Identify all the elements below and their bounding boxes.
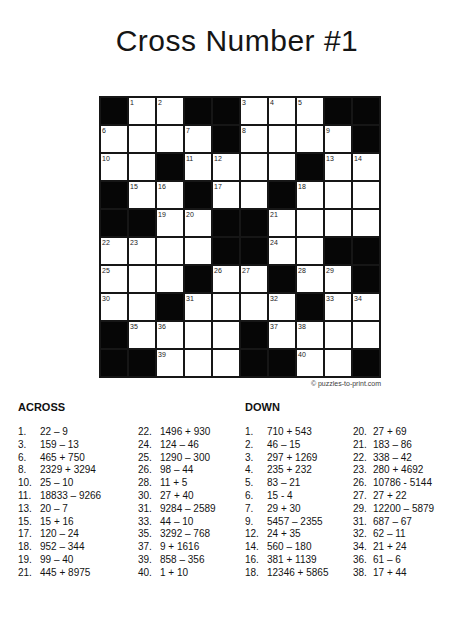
clue-expression: 25 – 10 [40, 477, 73, 490]
clue-number: 40. [138, 567, 160, 580]
entry-cell[interactable]: 33 [325, 294, 351, 320]
clue-expression: 98 – 44 [160, 464, 193, 477]
clue-item: 21.445 + 8975 [18, 567, 138, 580]
clue-number: 9. [245, 516, 267, 529]
clue-item: 23.280 + 4692 [353, 464, 434, 477]
entry-cell[interactable] [241, 294, 267, 320]
clue-expression: 17 + 44 [373, 567, 407, 580]
clue-number: 31. [353, 516, 373, 529]
cell-clue-number: 7 [186, 126, 190, 135]
clue-expression: 445 + 8975 [40, 567, 90, 580]
clue-number: 36. [353, 554, 373, 567]
entry-cell[interactable]: 9 [325, 126, 351, 152]
cell-clue-number: 4 [270, 98, 274, 107]
entry-cell[interactable]: 5 [297, 98, 323, 124]
clue-item: 26.98 – 44 [138, 464, 216, 477]
clue-expression: 27 + 69 [373, 426, 407, 439]
clue-expression: 183 – 86 [373, 439, 412, 452]
down-clue-column-1: 1.710 + 5432.46 – 153.297 + 12694.235 + … [245, 426, 353, 580]
clue-item: 19.99 – 40 [18, 554, 138, 567]
entry-cell[interactable] [185, 350, 211, 376]
clue-item: 20.27 + 69 [353, 426, 434, 439]
clue-number: 4. [245, 464, 267, 477]
clue-number: 11. [18, 490, 40, 503]
worksheet-page: Cross Number #1 123456789101112131415161… [0, 0, 474, 632]
clue-expression: 5457 – 2355 [267, 516, 323, 529]
clue-item: 25.1290 – 300 [138, 452, 216, 465]
clue-item: 18.952 – 344 [18, 541, 138, 554]
block-cell [297, 154, 323, 180]
cell-clue-number: 30 [102, 294, 110, 303]
clue-number: 17. [18, 528, 40, 541]
block-cell [185, 98, 211, 124]
clue-item: 33.44 – 10 [138, 516, 216, 529]
entry-cell[interactable] [185, 238, 211, 264]
block-cell [129, 350, 155, 376]
clue-number: 16. [245, 554, 267, 567]
clue-number: 34. [353, 541, 373, 554]
entry-cell[interactable]: 14 [353, 154, 379, 180]
cell-clue-number: 19 [158, 210, 166, 219]
entry-cell[interactable]: 35 [129, 322, 155, 348]
clue-number: 28. [138, 477, 160, 490]
clue-number: 26. [353, 477, 373, 490]
entry-cell[interactable] [129, 126, 155, 152]
clue-item: 7.29 + 30 [245, 503, 353, 516]
clue-expression: 1 + 10 [160, 567, 188, 580]
clue-item: 1.22 – 9 [18, 426, 138, 439]
page-title: Cross Number #1 [0, 24, 474, 58]
clue-number: 24. [138, 439, 160, 452]
clue-item: 21.183 – 86 [353, 439, 434, 452]
clue-number: 2. [245, 439, 267, 452]
clue-number: 38. [353, 567, 373, 580]
entry-cell[interactable] [325, 350, 351, 376]
clue-number: 15. [18, 516, 40, 529]
entry-cell[interactable]: 25 [101, 266, 127, 292]
entry-cell[interactable]: 10 [101, 154, 127, 180]
clue-item: 9.5457 – 2355 [245, 516, 353, 529]
clue-expression: 858 – 356 [160, 554, 205, 567]
cell-clue-number: 21 [270, 210, 278, 219]
block-cell [241, 210, 267, 236]
entry-cell[interactable] [353, 322, 379, 348]
clue-item: 6.465 + 750 [18, 452, 138, 465]
cell-clue-number: 3 [242, 98, 246, 107]
entry-cell[interactable] [269, 154, 295, 180]
block-cell [101, 210, 127, 236]
entry-cell[interactable]: 39 [157, 350, 183, 376]
block-cell [129, 210, 155, 236]
clue-expression: 12346 + 5865 [267, 567, 328, 580]
clue-item: 38.17 + 44 [353, 567, 434, 580]
cell-clue-number: 27 [242, 266, 250, 275]
entry-cell[interactable]: 4 [269, 98, 295, 124]
clue-item: 36.61 – 6 [353, 554, 434, 567]
clue-number: 29. [353, 503, 373, 516]
cell-clue-number: 32 [270, 294, 278, 303]
clue-expression: 27 + 40 [160, 490, 194, 503]
clue-number: 3. [18, 439, 40, 452]
clue-expression: 99 – 40 [40, 554, 73, 567]
entry-cell[interactable]: 29 [325, 266, 351, 292]
block-cell [213, 98, 239, 124]
entry-cell[interactable] [213, 322, 239, 348]
clue-item: 37.9 + 1616 [138, 541, 216, 554]
clue-number: 14. [245, 541, 267, 554]
cell-clue-number: 1 [130, 98, 134, 107]
clue-expression: 61 – 6 [373, 554, 401, 567]
clue-item: 40.1 + 10 [138, 567, 216, 580]
clue-expression: 2329 + 3294 [40, 464, 96, 477]
cell-clue-number: 26 [214, 266, 222, 275]
block-cell [157, 294, 183, 320]
clue-expression: 280 + 4692 [373, 464, 423, 477]
block-cell [241, 350, 267, 376]
clue-item: 39.858 – 356 [138, 554, 216, 567]
clue-item: 15.15 + 16 [18, 516, 138, 529]
entry-cell[interactable]: 32 [269, 294, 295, 320]
clue-number: 1. [18, 426, 40, 439]
down-clue-column-2: 20.27 + 6921.183 – 8622.338 – 4223.280 +… [353, 426, 434, 580]
cell-clue-number: 35 [130, 322, 138, 331]
block-cell [353, 98, 379, 124]
cell-clue-number: 5 [298, 98, 302, 107]
block-cell [101, 350, 127, 376]
clue-number: 20. [353, 426, 373, 439]
block-cell [269, 350, 295, 376]
block-cell [325, 238, 351, 264]
entry-cell[interactable]: 15 [129, 182, 155, 208]
entry-cell[interactable]: 13 [325, 154, 351, 180]
clue-number: 22. [353, 452, 373, 465]
block-cell [269, 266, 295, 292]
clue-item: 8.2329 + 3294 [18, 464, 138, 477]
entry-cell[interactable]: 6 [101, 126, 127, 152]
entry-cell[interactable]: 16 [157, 182, 183, 208]
clue-number: 19. [18, 554, 40, 567]
cell-clue-number: 25 [102, 266, 110, 275]
cell-clue-number: 16 [158, 182, 166, 191]
across-heading: ACROSS [18, 401, 232, 413]
clue-item: 6.15 - 4 [245, 490, 353, 503]
clue-number: 21. [18, 567, 40, 580]
cell-clue-number: 34 [354, 294, 362, 303]
block-cell [185, 266, 211, 292]
clue-number: 18. [245, 567, 267, 580]
clue-expression: 235 + 232 [267, 464, 312, 477]
clue-number: 30. [138, 490, 160, 503]
copyright-credit: © puzzles-to-print.com [99, 380, 381, 387]
across-clue-columns: 1.22 – 93.159 – 136.465 + 7508.2329 + 32… [18, 426, 232, 580]
down-clue-columns: 1.710 + 5432.46 – 153.297 + 12694.235 + … [245, 426, 469, 580]
clue-expression: 381 + 1139 [267, 554, 317, 567]
clue-expression: 952 – 344 [40, 541, 85, 554]
block-cell [353, 350, 379, 376]
cell-clue-number: 29 [326, 266, 334, 275]
clue-item: 14.560 – 180 [245, 541, 353, 554]
clue-item: 22.338 – 42 [353, 452, 434, 465]
cell-clue-number: 37 [270, 322, 278, 331]
cell-clue-number: 36 [158, 322, 166, 331]
cell-clue-number: 8 [242, 126, 246, 135]
clue-expression: 15 - 4 [267, 490, 293, 503]
block-cell [325, 98, 351, 124]
clue-item: 3.297 + 1269 [245, 452, 353, 465]
cell-clue-number: 10 [102, 154, 110, 163]
clue-item: 13.20 – 7 [18, 503, 138, 516]
clue-item: 12.24 + 35 [245, 528, 353, 541]
clue-item: 31.687 – 67 [353, 516, 434, 529]
clue-number: 10. [18, 477, 40, 490]
entry-cell[interactable]: 24 [269, 238, 295, 264]
clue-expression: 46 – 15 [267, 439, 300, 452]
entry-cell[interactable] [269, 126, 295, 152]
clue-item: 11.18833 – 9266 [18, 490, 138, 503]
entry-cell[interactable]: 12 [213, 154, 239, 180]
entry-cell[interactable] [129, 154, 155, 180]
clue-item: 31.9284 – 2589 [138, 503, 216, 516]
entry-cell[interactable]: 22 [101, 238, 127, 264]
entry-cell[interactable]: 28 [297, 266, 323, 292]
entry-cell[interactable] [185, 322, 211, 348]
entry-cell[interactable]: 2 [157, 98, 183, 124]
clue-number: 23. [353, 464, 373, 477]
clue-number: 39. [138, 554, 160, 567]
clue-expression: 159 – 13 [40, 439, 79, 452]
clue-number: 3. [245, 452, 267, 465]
clue-item: 30.27 + 40 [138, 490, 216, 503]
cell-clue-number: 20 [186, 210, 194, 219]
entry-cell[interactable]: 40 [297, 350, 323, 376]
clue-number: 6. [18, 452, 40, 465]
clue-expression: 9284 – 2589 [160, 503, 216, 516]
entry-cell[interactable]: 23 [129, 238, 155, 264]
block-cell [241, 322, 267, 348]
clue-number: 25. [138, 452, 160, 465]
cell-clue-number: 9 [326, 126, 330, 135]
clue-number: 6. [245, 490, 267, 503]
cell-clue-number: 22 [102, 238, 110, 247]
cell-clue-number: 18 [298, 182, 306, 191]
clue-expression: 710 + 543 [267, 426, 312, 439]
block-cell [269, 182, 295, 208]
clue-expression: 687 – 67 [373, 516, 412, 529]
clue-number: 1. [245, 426, 267, 439]
entry-cell[interactable]: 7 [185, 126, 211, 152]
clue-expression: 62 – 11 [373, 528, 406, 541]
clue-item: 2.46 – 15 [245, 439, 353, 452]
entry-cell[interactable]: 37 [269, 322, 295, 348]
entry-cell[interactable]: 31 [185, 294, 211, 320]
entry-cell[interactable] [325, 322, 351, 348]
clue-expression: 9 + 1616 [160, 541, 199, 554]
cell-clue-number: 40 [298, 350, 306, 359]
clue-item: 27.27 + 22 [353, 490, 434, 503]
entry-cell[interactable] [325, 182, 351, 208]
block-cell [101, 182, 127, 208]
clue-expression: 15 + 16 [40, 516, 74, 529]
cell-clue-number: 33 [326, 294, 334, 303]
entry-cell[interactable]: 34 [353, 294, 379, 320]
entry-cell[interactable]: 30 [101, 294, 127, 320]
clue-expression: 24 + 35 [267, 528, 301, 541]
block-cell [101, 322, 127, 348]
cell-clue-number: 6 [102, 126, 106, 135]
cell-clue-number: 39 [158, 350, 166, 359]
cell-clue-number: 24 [270, 238, 278, 247]
clue-expression: 27 + 22 [373, 490, 407, 503]
entry-cell[interactable]: 36 [157, 322, 183, 348]
clue-expression: 120 – 24 [40, 528, 79, 541]
clue-number: 13. [18, 503, 40, 516]
entry-cell[interactable] [213, 294, 239, 320]
entry-cell[interactable] [157, 238, 183, 264]
clue-number: 7. [245, 503, 267, 516]
cell-clue-number: 2 [158, 98, 162, 107]
clue-expression: 560 – 180 [267, 541, 312, 554]
block-cell [353, 266, 379, 292]
clue-item: 17.120 – 24 [18, 528, 138, 541]
clue-item: 35.3292 – 768 [138, 528, 216, 541]
across-clue-column-2: 22.1496 + 93024.124 – 4625.1290 – 30026.… [138, 426, 216, 580]
cell-clue-number: 31 [186, 294, 194, 303]
across-clues-section: ACROSS 1.22 – 93.159 – 136.465 + 7508.23… [18, 401, 232, 580]
cell-clue-number: 12 [214, 154, 222, 163]
clue-item: 28.11 + 5 [138, 477, 216, 490]
entry-cell[interactable]: 26 [213, 266, 239, 292]
clue-number: 5. [245, 477, 267, 490]
clue-number: 32. [353, 528, 373, 541]
clue-expression: 11 + 5 [160, 477, 187, 490]
entry-cell[interactable] [297, 210, 323, 236]
entry-cell[interactable] [353, 182, 379, 208]
entry-cell[interactable] [129, 294, 155, 320]
clue-number: 26. [138, 464, 160, 477]
clue-expression: 124 – 46 [160, 439, 199, 452]
clue-number: 22. [138, 426, 160, 439]
clue-number: 37. [138, 541, 160, 554]
clue-expression: 338 – 42 [373, 452, 412, 465]
entry-cell[interactable]: 8 [241, 126, 267, 152]
clue-number: 35. [138, 528, 160, 541]
clue-number: 33. [138, 516, 160, 529]
cell-clue-number: 23 [130, 238, 138, 247]
clue-item: 32.62 – 11 [353, 528, 434, 541]
cell-clue-number: 13 [326, 154, 334, 163]
entry-cell[interactable] [325, 210, 351, 236]
cell-clue-number: 28 [298, 266, 306, 275]
block-cell [353, 238, 379, 264]
clue-item: 29.12200 – 5879 [353, 503, 434, 516]
entry-cell[interactable]: 1 [129, 98, 155, 124]
clue-item: 3.159 – 13 [18, 439, 138, 452]
block-cell [241, 238, 267, 264]
entry-cell[interactable]: 17 [213, 182, 239, 208]
block-cell [213, 238, 239, 264]
entry-cell[interactable] [241, 182, 267, 208]
clue-item: 22.1496 + 930 [138, 426, 216, 439]
entry-cell[interactable] [353, 210, 379, 236]
clue-number: 12. [245, 528, 267, 541]
clue-item: 16.381 + 1139 [245, 554, 353, 567]
block-cell [353, 126, 379, 152]
cell-clue-number: 14 [354, 154, 362, 163]
down-clues-section: DOWN 1.710 + 5432.46 – 153.297 + 12694.2… [245, 401, 469, 580]
entry-cell[interactable]: 18 [297, 182, 323, 208]
clue-item: 5.83 – 21 [245, 477, 353, 490]
clue-number: 27. [353, 490, 373, 503]
entry-cell[interactable] [157, 126, 183, 152]
block-cell [213, 126, 239, 152]
crossnumber-grid: 1234567891011121314151617181920212223242… [99, 96, 381, 378]
block-cell [213, 210, 239, 236]
clue-item: 34.21 + 24 [353, 541, 434, 554]
block-cell [101, 98, 127, 124]
entry-cell[interactable] [213, 350, 239, 376]
cell-clue-number: 15 [130, 182, 138, 191]
cell-clue-number: 17 [214, 182, 222, 191]
entry-cell[interactable] [297, 126, 323, 152]
entry-cell[interactable]: 11 [185, 154, 211, 180]
down-heading: DOWN [245, 401, 469, 413]
clue-expression: 29 + 30 [267, 503, 301, 516]
clue-item: 4.235 + 232 [245, 464, 353, 477]
clue-expression: 18833 – 9266 [40, 490, 101, 503]
clue-expression: 297 + 1269 [267, 452, 317, 465]
clue-item: 1.710 + 543 [245, 426, 353, 439]
clue-expression: 10786 - 5144 [373, 477, 432, 490]
clue-expression: 44 – 10 [160, 516, 193, 529]
clue-number: 18. [18, 541, 40, 554]
clue-expression: 3292 – 768 [160, 528, 210, 541]
clue-expression: 83 – 21 [267, 477, 300, 490]
entry-cell[interactable] [129, 266, 155, 292]
entry-cell[interactable]: 38 [297, 322, 323, 348]
clue-item: 10.25 – 10 [18, 477, 138, 490]
block-cell [185, 182, 211, 208]
clue-number: 8. [18, 464, 40, 477]
clue-expression: 20 – 7 [40, 503, 68, 516]
clue-expression: 21 + 24 [373, 541, 407, 554]
entry-cell[interactable]: 3 [241, 98, 267, 124]
block-cell [157, 154, 183, 180]
entry-cell[interactable]: 21 [269, 210, 295, 236]
clue-expression: 12200 – 5879 [373, 503, 434, 516]
entry-cell[interactable]: 19 [157, 210, 183, 236]
cell-clue-number: 38 [298, 322, 306, 331]
clue-item: 24.124 – 46 [138, 439, 216, 452]
clue-expression: 1290 – 300 [160, 452, 210, 465]
entry-cell[interactable]: 27 [241, 266, 267, 292]
entry-cell[interactable] [157, 266, 183, 292]
entry-cell[interactable] [241, 154, 267, 180]
clue-item: 18.12346 + 5865 [245, 567, 353, 580]
block-cell [297, 294, 323, 320]
clue-number: 31. [138, 503, 160, 516]
clue-item: 26.10786 - 5144 [353, 477, 434, 490]
entry-cell[interactable] [297, 238, 323, 264]
entry-cell[interactable]: 20 [185, 210, 211, 236]
clue-expression: 22 – 9 [40, 426, 68, 439]
across-clue-column-1: 1.22 – 93.159 – 136.465 + 7508.2329 + 32… [18, 426, 138, 580]
clue-expression: 465 + 750 [40, 452, 85, 465]
clue-number: 21. [353, 439, 373, 452]
cell-clue-number: 11 [186, 154, 193, 163]
clue-expression: 1496 + 930 [160, 426, 210, 439]
